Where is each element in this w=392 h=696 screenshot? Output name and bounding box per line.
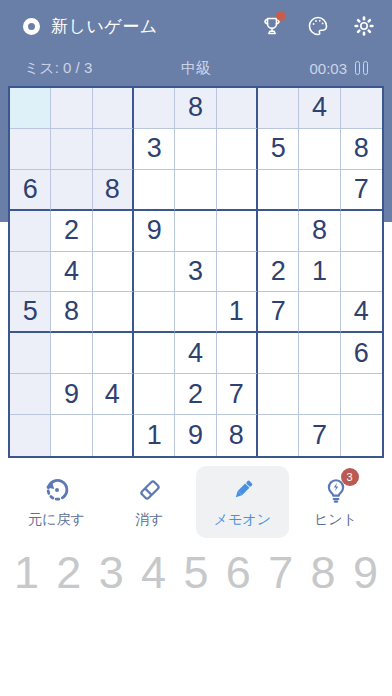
cell-r6c2[interactable]: 8 — [51, 292, 92, 333]
undo-icon — [43, 476, 71, 504]
cell-r8c5[interactable]: 2 — [175, 374, 216, 415]
cell-r3c1[interactable]: 6 — [10, 170, 51, 211]
gear-icon — [352, 14, 376, 38]
cell-r9c6[interactable]: 8 — [217, 415, 258, 456]
cell-r3c7[interactable] — [258, 170, 299, 211]
memo-toggle-button[interactable]: メモオン — [196, 466, 289, 538]
header-icons — [260, 14, 376, 38]
mistakes-counter: ミス: 0 / 3 — [24, 59, 139, 78]
cell-r4c3[interactable] — [93, 211, 134, 252]
timer: 00:03 — [309, 60, 347, 77]
cell-r5c5[interactable]: 3 — [175, 252, 216, 293]
cell-r7c5[interactable]: 4 — [175, 333, 216, 374]
cell-r8c7[interactable] — [258, 374, 299, 415]
cell-r4c4[interactable]: 9 — [134, 211, 175, 252]
cell-r3c2[interactable] — [51, 170, 92, 211]
cell-r2c5[interactable] — [175, 129, 216, 170]
cell-r6c3[interactable] — [93, 292, 134, 333]
cell-r6c6[interactable]: 1 — [217, 292, 258, 333]
cell-r7c9[interactable]: 6 — [341, 333, 382, 374]
page-title: 新しいゲーム — [51, 15, 158, 38]
cell-r8c2[interactable]: 9 — [51, 374, 92, 415]
cell-r8c8[interactable] — [299, 374, 340, 415]
cell-r4c1[interactable] — [10, 211, 51, 252]
cell-r5c6[interactable] — [217, 252, 258, 293]
hint-button[interactable]: 3 ヒント — [289, 466, 382, 538]
cell-r1c2[interactable] — [51, 88, 92, 129]
cell-r1c4[interactable] — [134, 88, 175, 129]
cell-r7c8[interactable] — [299, 333, 340, 374]
cell-r5c4[interactable] — [134, 252, 175, 293]
undo-button[interactable]: 元に戻す — [10, 466, 103, 538]
pause-button[interactable] — [355, 61, 368, 75]
cell-r4c6[interactable] — [217, 211, 258, 252]
undo-label: 元に戻す — [28, 511, 85, 529]
cell-r1c5[interactable]: 8 — [175, 88, 216, 129]
cell-r8c6[interactable]: 7 — [217, 374, 258, 415]
cell-r7c2[interactable] — [51, 333, 92, 374]
memo-label: メモオン — [214, 511, 271, 529]
cell-r2c9[interactable]: 8 — [341, 129, 382, 170]
status-bar: ミス: 0 / 3 中級 00:03 — [0, 52, 392, 84]
cell-r9c9[interactable] — [341, 415, 382, 456]
cell-r5c7[interactable]: 2 — [258, 252, 299, 293]
cell-r4c5[interactable] — [175, 211, 216, 252]
numpad-8[interactable]: 8 — [311, 550, 336, 595]
cell-r6c5[interactable] — [175, 292, 216, 333]
cell-r4c8[interactable]: 8 — [299, 211, 340, 252]
cell-r6c1[interactable]: 5 — [10, 292, 51, 333]
cell-r1c1[interactable] — [10, 88, 51, 129]
erase-label: 消す — [135, 511, 163, 529]
cell-r5c9[interactable] — [341, 252, 382, 293]
cell-r3c8[interactable] — [299, 170, 340, 211]
cell-r2c8[interactable] — [299, 129, 340, 170]
cell-r3c5[interactable] — [175, 170, 216, 211]
cell-r2c2[interactable] — [51, 129, 92, 170]
cell-r1c9[interactable] — [341, 88, 382, 129]
cell-r6c4[interactable] — [134, 292, 175, 333]
notification-dot — [276, 11, 286, 21]
cell-r7c6[interactable] — [217, 333, 258, 374]
sudoku-board: 843586872984321581744694271987 — [8, 86, 384, 458]
numpad-7[interactable]: 7 — [268, 550, 293, 595]
numpad-6[interactable]: 6 — [226, 550, 251, 595]
cell-r2c4[interactable]: 3 — [134, 129, 175, 170]
erase-button[interactable]: 消す — [103, 466, 196, 538]
cell-r5c1[interactable] — [10, 252, 51, 293]
cell-r2c1[interactable] — [10, 129, 51, 170]
cell-r3c6[interactable] — [217, 170, 258, 211]
cell-r9c5[interactable]: 9 — [175, 415, 216, 456]
cell-r5c3[interactable] — [93, 252, 134, 293]
cell-r9c2[interactable] — [51, 415, 92, 456]
pencil-icon — [229, 476, 257, 504]
numpad-4[interactable]: 4 — [141, 550, 166, 595]
cell-r3c9[interactable]: 7 — [341, 170, 382, 211]
hint-label: ヒント — [314, 511, 357, 529]
cell-r5c2[interactable]: 4 — [51, 252, 92, 293]
cell-r9c1[interactable] — [10, 415, 51, 456]
numpad-1[interactable]: 1 — [14, 550, 39, 595]
hint-bulb-icon: 3 — [322, 476, 350, 504]
title-bar: 新しいゲーム — [0, 0, 392, 52]
cell-r7c7[interactable] — [258, 333, 299, 374]
numpad-3[interactable]: 3 — [99, 550, 124, 595]
toolbar: 元に戻す 消す メモオン — [0, 466, 392, 538]
cell-r3c4[interactable] — [134, 170, 175, 211]
cell-r2c6[interactable] — [217, 129, 258, 170]
cell-r6c8[interactable] — [299, 292, 340, 333]
cell-r2c7[interactable]: 5 — [258, 129, 299, 170]
difficulty-label: 中級 — [139, 59, 254, 78]
cell-r8c3[interactable]: 4 — [93, 374, 134, 415]
numpad-9[interactable]: 9 — [353, 550, 378, 595]
cell-r7c1[interactable] — [10, 333, 51, 374]
eraser-icon — [136, 476, 164, 504]
cell-r1c7[interactable] — [258, 88, 299, 129]
cell-r8c9[interactable] — [341, 374, 382, 415]
numpad: 123456789 — [0, 541, 392, 603]
cell-r8c1[interactable] — [10, 374, 51, 415]
cell-r7c4[interactable] — [134, 333, 175, 374]
cell-r7c3[interactable] — [93, 333, 134, 374]
cell-r2c3[interactable] — [93, 129, 134, 170]
cell-r6c7[interactable]: 7 — [258, 292, 299, 333]
hint-count-badge: 3 — [341, 468, 359, 486]
cell-r1c3[interactable] — [93, 88, 134, 129]
numpad-5[interactable]: 5 — [183, 550, 208, 595]
numpad-2[interactable]: 2 — [56, 550, 81, 595]
cell-r1c8[interactable]: 4 — [299, 88, 340, 129]
cell-r9c4[interactable]: 1 — [134, 415, 175, 456]
cell-r4c7[interactable] — [258, 211, 299, 252]
palette-icon — [306, 14, 330, 38]
new-game-icon[interactable] — [23, 18, 40, 35]
cell-r6c9[interactable]: 4 — [341, 292, 382, 333]
cell-r9c7[interactable] — [258, 415, 299, 456]
cell-r3c3[interactable]: 8 — [93, 170, 134, 211]
cell-r8c4[interactable] — [134, 374, 175, 415]
settings-button[interactable] — [352, 14, 376, 38]
palette-button[interactable] — [306, 14, 330, 38]
trophy-button[interactable] — [260, 14, 284, 38]
cell-r9c8[interactable]: 7 — [299, 415, 340, 456]
cell-r4c9[interactable] — [341, 211, 382, 252]
cell-r5c8[interactable]: 1 — [299, 252, 340, 293]
cell-r4c2[interactable]: 2 — [51, 211, 92, 252]
cell-r1c6[interactable] — [217, 88, 258, 129]
cell-r9c3[interactable] — [93, 415, 134, 456]
